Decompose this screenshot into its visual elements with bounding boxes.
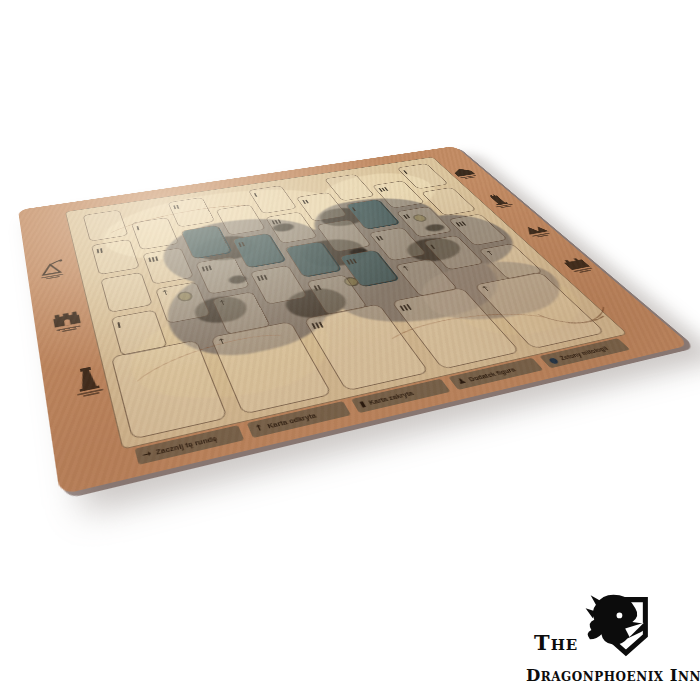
card-slot <box>180 225 231 259</box>
tally-marks <box>312 277 346 288</box>
round-token-icon: ● <box>546 356 560 364</box>
card-slot <box>195 256 250 294</box>
dragon-shield-icon <box>582 590 654 664</box>
card-slot <box>100 272 153 313</box>
tally-marks <box>270 214 300 223</box>
tally-marks <box>116 313 152 326</box>
card-slot <box>216 204 266 235</box>
logo-the: The <box>534 630 578 655</box>
card-slot <box>131 217 179 250</box>
playmat-board: ↑↑↑↑↑↑ → Zacznij tę rundę ↑ Karta odkryt… <box>18 146 690 495</box>
tally-marks <box>136 220 167 229</box>
tally-marks <box>96 242 128 252</box>
long-arrow-icon: → <box>141 449 152 459</box>
tally-marks <box>309 307 381 327</box>
tally-marks <box>401 209 431 218</box>
figure-icon: ♟ <box>455 377 468 386</box>
tally-marks <box>301 194 330 202</box>
tally-marks <box>453 216 483 225</box>
placement-arrow-icon: ↑ <box>484 246 516 256</box>
card-slot <box>83 210 129 242</box>
tally-marks <box>374 230 405 239</box>
dragonphoenix-logo: The Dragonphoenix Inn <box>526 590 698 696</box>
tally-marks <box>401 165 428 172</box>
placement-arrow-icon: ↑ <box>480 275 546 293</box>
tally-marks <box>428 238 459 248</box>
page-root: { "game": "Fantasy card-game playmat ove… <box>0 0 700 700</box>
big-card-slot <box>111 340 228 440</box>
placement-arrow-icon: ↑ <box>217 295 253 308</box>
tally-marks <box>344 252 376 262</box>
logo-name: Dragonphoenix Inn <box>526 666 698 685</box>
tally-marks <box>237 236 269 246</box>
placement-arrow-icon: ↑ <box>400 261 433 272</box>
card-slot-grid: ↑↑↑↑↑↑ <box>18 146 690 495</box>
card-slot: ↑ <box>155 282 211 324</box>
card-face-down-icon: ▮ <box>358 400 367 408</box>
card-slot <box>168 197 216 227</box>
tally-marks <box>397 290 465 309</box>
placement-arrow-icon: ↑ <box>160 285 195 297</box>
tally-marks <box>147 250 180 260</box>
tally-marks <box>252 187 281 195</box>
tally-marks <box>200 259 233 269</box>
tally-marks <box>255 268 289 279</box>
card-slot <box>91 239 140 275</box>
tally-marks <box>172 199 201 207</box>
card-slot <box>248 185 297 214</box>
tally-marks <box>350 201 379 209</box>
card-slot <box>142 248 194 285</box>
card-face-up-icon: ↑ <box>254 423 266 433</box>
tally-marks <box>377 183 405 191</box>
